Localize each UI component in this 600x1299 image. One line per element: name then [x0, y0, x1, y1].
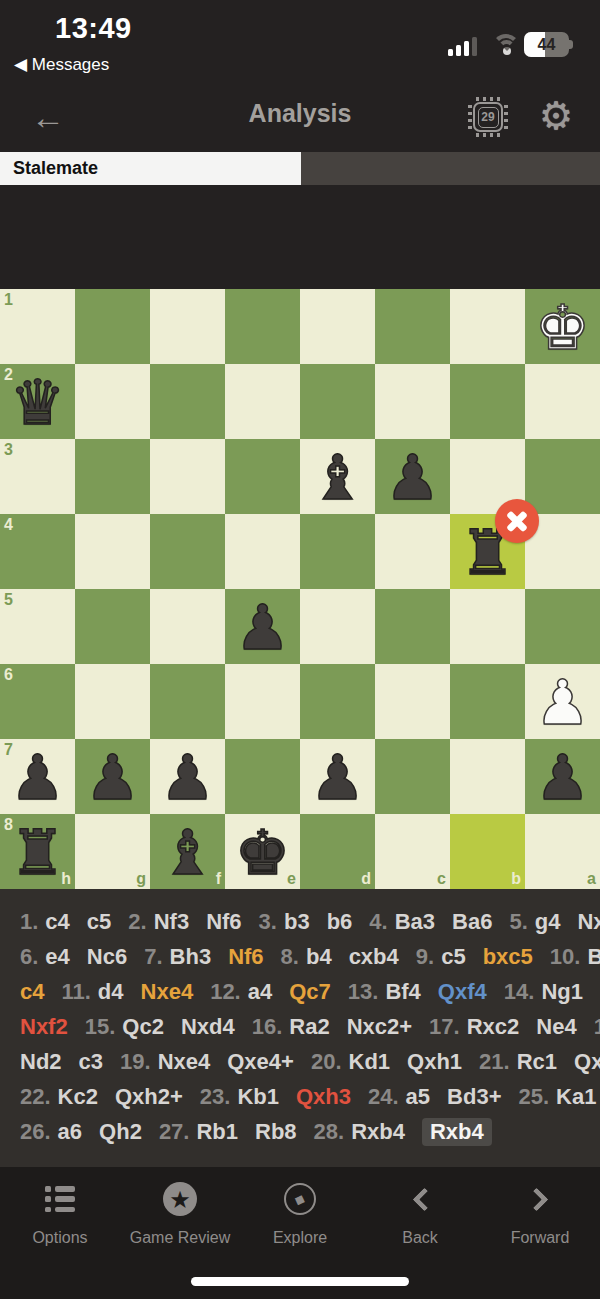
- move-number: 26.: [20, 1119, 51, 1145]
- square-c4[interactable]: [375, 514, 450, 589]
- rank-label: 6: [4, 666, 13, 684]
- move[interactable]: Bc1: [587, 944, 600, 970]
- move[interactable]: Qxh2+: [115, 1084, 183, 1110]
- options-list-icon: [45, 1186, 75, 1212]
- black-piece-r-h8[interactable]: ♜: [0, 814, 75, 889]
- square-e4[interactable]: [225, 514, 300, 589]
- forward-move-button[interactable]: Forward: [480, 1177, 600, 1257]
- black-piece-p-c3[interactable]: ♟: [375, 439, 450, 514]
- move-number: 24.: [368, 1084, 399, 1110]
- square-a1[interactable]: ♚: [525, 289, 600, 364]
- move[interactable]: Rc1: [517, 1049, 557, 1075]
- move-number: 1.: [20, 909, 38, 935]
- move-line: 22.Kc2Qxh2+23.Kb1Qxh324.a5Bd3+25.Ka1e5: [20, 1079, 582, 1114]
- move[interactable]: bxc5: [483, 944, 533, 970]
- move-number: 8.: [281, 944, 299, 970]
- result-banner-text: Stalemate: [13, 152, 98, 185]
- move[interactable]: Qc7: [289, 979, 331, 1005]
- move[interactable]: Nf6: [228, 944, 263, 970]
- move[interactable]: Ba6: [452, 909, 492, 935]
- square-c7[interactable]: [375, 739, 450, 814]
- options-label: Options: [0, 1229, 120, 1247]
- move-number: 13.: [348, 979, 379, 1005]
- square-g3[interactable]: [75, 439, 150, 514]
- move[interactable]: b3: [284, 909, 310, 935]
- move[interactable]: Nc6: [87, 944, 127, 970]
- square-c1[interactable]: [375, 289, 450, 364]
- square-g1[interactable]: [75, 289, 150, 364]
- file-label: a: [587, 870, 596, 888]
- move[interactable]: Ra2: [289, 1014, 329, 1040]
- move[interactable]: c3: [79, 1049, 103, 1075]
- move[interactable]: g4: [535, 909, 561, 935]
- cellular-signal-icon: [448, 36, 490, 56]
- square-b1[interactable]: [450, 289, 525, 364]
- square-f2[interactable]: [150, 364, 225, 439]
- back-to-messages-link[interactable]: ◀ Messages: [14, 54, 109, 75]
- move[interactable]: Nf3: [154, 909, 189, 935]
- explore-label: Explore: [240, 1229, 360, 1247]
- white-piece-p-a6[interactable]: ♟: [525, 664, 600, 739]
- result-banner: Stalemate: [0, 152, 600, 185]
- black-piece-p-a7[interactable]: ♟: [525, 739, 600, 814]
- move-number: 6.: [20, 944, 38, 970]
- engine-chip-icon[interactable]: 29: [470, 99, 506, 135]
- chess-board[interactable]: 1♚2♛3♝♟4♜5♟6♟7♟♟♟♟♟8h♜gf♝e♚dcba: [0, 289, 600, 889]
- engine-depth-value: 29: [478, 107, 499, 128]
- square-a8[interactable]: a: [525, 814, 600, 889]
- explore-button[interactable]: ◆ Explore: [240, 1177, 360, 1257]
- white-piece-k-a1[interactable]: ♚: [525, 289, 600, 364]
- square-b4[interactable]: ♜: [450, 514, 525, 589]
- square-d4[interactable]: [300, 514, 375, 589]
- move[interactable]: Rb1: [196, 1119, 238, 1145]
- move[interactable]: Qxg1+: [574, 1049, 600, 1075]
- move[interactable]: Rb8: [255, 1119, 297, 1145]
- square-d5[interactable]: [300, 589, 375, 664]
- move[interactable]: Bd3+: [447, 1084, 501, 1110]
- move-number: 12.: [210, 979, 241, 1005]
- move-number: 10.: [550, 944, 581, 970]
- move[interactable]: Nd2: [20, 1049, 62, 1075]
- move[interactable]: Qxf4: [438, 979, 487, 1005]
- black-piece-p-f7[interactable]: ♟: [150, 739, 225, 814]
- square-c8[interactable]: c: [375, 814, 450, 889]
- move[interactable]: Rxc2: [467, 1014, 520, 1040]
- move[interactable]: c5: [87, 909, 111, 935]
- square-e1[interactable]: [225, 289, 300, 364]
- move-number: 28.: [314, 1119, 345, 1145]
- square-e6[interactable]: [225, 664, 300, 739]
- square-g5[interactable]: [75, 589, 150, 664]
- options-button[interactable]: Options: [0, 1177, 120, 1257]
- move-number: 22.: [20, 1084, 51, 1110]
- move[interactable]: Kd1: [349, 1049, 391, 1075]
- move-number: 14.: [504, 979, 535, 1005]
- move[interactable]: Qxe4+: [227, 1049, 294, 1075]
- file-label: c: [437, 870, 446, 888]
- square-d1[interactable]: [300, 289, 375, 364]
- square-h6[interactable]: 6: [0, 664, 75, 739]
- move[interactable]: c4: [45, 909, 69, 935]
- move[interactable]: c5: [441, 944, 465, 970]
- move[interactable]: Rxb4: [351, 1119, 405, 1145]
- move-number: 11.: [61, 979, 90, 1005]
- square-a3[interactable]: [525, 439, 600, 514]
- square-b5[interactable]: [450, 589, 525, 664]
- move-line: c411.d4Nxe412.a4Qc713.Bf4Qxf414.Ng1: [20, 974, 582, 1009]
- square-d7[interactable]: ♟: [300, 739, 375, 814]
- move[interactable]: Bh3: [170, 944, 212, 970]
- square-g6[interactable]: [75, 664, 150, 739]
- move-number: 2.: [128, 909, 146, 935]
- square-e3[interactable]: [225, 439, 300, 514]
- square-c6[interactable]: [375, 664, 450, 739]
- move[interactable]: Nxd4: [181, 1014, 235, 1040]
- move[interactable]: Qh2: [99, 1119, 142, 1145]
- black-piece-p-h7[interactable]: ♟: [0, 739, 75, 814]
- square-e8[interactable]: e♚: [225, 814, 300, 889]
- chevron-right-icon: [524, 1187, 548, 1211]
- file-label: b: [511, 870, 521, 888]
- move-selected[interactable]: Rxb4: [422, 1118, 492, 1146]
- back-label: Back: [360, 1229, 480, 1247]
- move[interactable]: Ne4: [536, 1014, 576, 1040]
- move-number: 7.: [144, 944, 162, 970]
- battery-percent: 44: [524, 32, 569, 57]
- page-title: Analysis: [0, 99, 600, 128]
- square-h2[interactable]: 2♛: [0, 364, 75, 439]
- bottom-nav: Options ★ Game Review ◆ Explore Back For…: [0, 1167, 600, 1299]
- square-h3[interactable]: 3: [0, 439, 75, 514]
- square-c3[interactable]: ♟: [375, 439, 450, 514]
- wifi-icon: [492, 34, 520, 56]
- rank-label: 5: [4, 591, 13, 609]
- square-f8[interactable]: f♝: [150, 814, 225, 889]
- square-f4[interactable]: [150, 514, 225, 589]
- square-c2[interactable]: [375, 364, 450, 439]
- move-number: 16.: [252, 1014, 283, 1040]
- file-label: d: [361, 870, 371, 888]
- home-indicator[interactable]: [191, 1277, 409, 1286]
- black-piece-p-d7[interactable]: ♟: [300, 739, 375, 814]
- square-h7[interactable]: 7♟: [0, 739, 75, 814]
- move-number: 25.: [519, 1084, 550, 1110]
- square-d8[interactable]: d: [300, 814, 375, 889]
- square-h1[interactable]: 1: [0, 289, 75, 364]
- status-bar: 13:49 ◀ Messages 44: [0, 0, 600, 85]
- square-a5[interactable]: [525, 589, 600, 664]
- move[interactable]: Nxf2: [20, 1014, 68, 1040]
- square-c5[interactable]: [375, 589, 450, 664]
- move-number: 9.: [416, 944, 434, 970]
- move[interactable]: Nxe4: [158, 1049, 211, 1075]
- square-g8[interactable]: g: [75, 814, 150, 889]
- game-review-label: Game Review: [120, 1229, 240, 1247]
- black-piece-q-h2[interactable]: ♛: [0, 364, 75, 439]
- square-f6[interactable]: [150, 664, 225, 739]
- square-g4[interactable]: [75, 514, 150, 589]
- square-g7[interactable]: ♟: [75, 739, 150, 814]
- move-line: 26.a6Qh227.Rb1Rb828.Rxb4Rxb4: [20, 1114, 582, 1149]
- square-h4[interactable]: 4: [0, 514, 75, 589]
- square-d2[interactable]: [300, 364, 375, 439]
- black-piece-b-d3[interactable]: ♝: [300, 439, 375, 514]
- square-e5[interactable]: ♟: [225, 589, 300, 664]
- move[interactable]: Nxe4: [141, 979, 194, 1005]
- move[interactable]: Nxg4: [577, 909, 600, 935]
- forward-label: Forward: [480, 1229, 600, 1247]
- square-b2[interactable]: [450, 364, 525, 439]
- move[interactable]: Kc2: [58, 1084, 98, 1110]
- battery-icon: 44: [524, 32, 574, 57]
- square-d6[interactable]: [300, 664, 375, 739]
- move-line: 1.c4c52.Nf3Nf63.b3b64.Ba3Ba65.g4Nxg4: [20, 904, 582, 939]
- square-a7[interactable]: ♟: [525, 739, 600, 814]
- move-line: Nxf215.Qc2Nxd416.Ra2Nxc2+17.Rxc2Ne418.: [20, 1009, 582, 1044]
- rank-label: 4: [4, 516, 13, 534]
- move[interactable]: e4: [45, 944, 69, 970]
- game-review-button[interactable]: ★ Game Review: [120, 1177, 240, 1257]
- square-d3[interactable]: ♝: [300, 439, 375, 514]
- square-a2[interactable]: [525, 364, 600, 439]
- rank-label: 1: [4, 291, 13, 309]
- move[interactable]: Qxh1: [407, 1049, 462, 1075]
- black-piece-k-e8[interactable]: ♚: [225, 814, 300, 889]
- square-f3[interactable]: [150, 439, 225, 514]
- square-f5[interactable]: [150, 589, 225, 664]
- move-number: 27.: [159, 1119, 190, 1145]
- analysis-screen: 13:49 ◀ Messages 44 ← Analysis 29 ⚙ Stal…: [0, 0, 600, 1299]
- move-line: 6.e4Nc67.Bh3Nf68.b4cxb49.c5bxc510.Bc1: [20, 939, 582, 974]
- file-label: g: [136, 870, 146, 888]
- move-number: 18.: [594, 1014, 600, 1040]
- square-h8[interactable]: 8h♜: [0, 814, 75, 889]
- move-number: 17.: [429, 1014, 460, 1040]
- black-piece-p-e5[interactable]: ♟: [225, 589, 300, 664]
- square-b6[interactable]: [450, 664, 525, 739]
- move[interactable]: Nxc2+: [347, 1014, 412, 1040]
- move[interactable]: a5: [406, 1084, 430, 1110]
- move[interactable]: a4: [248, 979, 272, 1005]
- square-f1[interactable]: [150, 289, 225, 364]
- game-review-star-icon: ★: [163, 1182, 197, 1216]
- move-number: 19.: [120, 1049, 151, 1075]
- move[interactable]: Ng1: [541, 979, 583, 1005]
- move[interactable]: Kb1: [237, 1084, 279, 1110]
- move-number: 4.: [369, 909, 387, 935]
- move[interactable]: Qc2: [122, 1014, 164, 1040]
- move[interactable]: Qxh3: [296, 1084, 351, 1110]
- square-f7[interactable]: ♟: [150, 739, 225, 814]
- move-number: 15.: [85, 1014, 116, 1040]
- black-piece-b-f8[interactable]: ♝: [150, 814, 225, 889]
- square-e2[interactable]: [225, 364, 300, 439]
- move[interactable]: Bf4: [385, 979, 420, 1005]
- miss-x-badge: [495, 499, 539, 543]
- move[interactable]: a6: [58, 1119, 82, 1145]
- move[interactable]: c4: [20, 979, 44, 1005]
- square-b8[interactable]: b: [450, 814, 525, 889]
- move[interactable]: cxb4: [349, 944, 399, 970]
- move[interactable]: b4: [306, 944, 332, 970]
- move-number: 3.: [259, 909, 277, 935]
- explore-compass-icon: ◆: [284, 1183, 316, 1215]
- move[interactable]: b6: [327, 909, 353, 935]
- settings-gear-icon[interactable]: ⚙: [536, 93, 576, 137]
- move-number: 21.: [479, 1049, 510, 1075]
- header: ← Analysis 29 ⚙: [0, 85, 600, 152]
- square-a6[interactable]: ♟: [525, 664, 600, 739]
- move-number: 20.: [311, 1049, 342, 1075]
- move[interactable]: Ba3: [395, 909, 435, 935]
- move[interactable]: Nf6: [206, 909, 241, 935]
- clock: 13:49: [55, 12, 132, 45]
- move-number: 5.: [509, 909, 527, 935]
- move[interactable]: Ka1: [556, 1084, 596, 1110]
- square-b7[interactable]: [450, 739, 525, 814]
- square-g2[interactable]: [75, 364, 150, 439]
- move-number: 23.: [200, 1084, 231, 1110]
- back-move-button[interactable]: Back: [360, 1177, 480, 1257]
- move-line: Nd2c319.Nxe4Qxe4+20.Kd1Qxh121.Rc1Qxg1+: [20, 1044, 582, 1079]
- rank-label: 3: [4, 441, 13, 459]
- move[interactable]: d4: [98, 979, 124, 1005]
- chevron-left-icon: [412, 1187, 436, 1211]
- move-list: 1.c4c52.Nf3Nf63.b3b64.Ba3Ba65.g4Nxg46.e4…: [0, 889, 600, 1167]
- square-h5[interactable]: 5: [0, 589, 75, 664]
- square-e7[interactable]: [225, 739, 300, 814]
- black-piece-p-g7[interactable]: ♟: [75, 739, 150, 814]
